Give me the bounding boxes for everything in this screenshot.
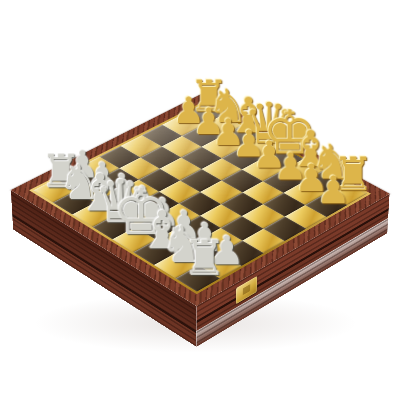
chess-case: ♜♞♝♛♚♝♞♜♟♟♟♟♟♟♟♟♟♟♟♟♟♟♟♟♜♞♝♛♚♝♞♜ bbox=[11, 93, 390, 306]
chess-set-photo: ♜♞♝♛♚♝♞♜♟♟♟♟♟♟♟♟♟♟♟♟♟♟♟♟♜♞♝♛♚♝♞♜ bbox=[0, 0, 400, 400]
silver-rook-glyph: ♜ bbox=[167, 236, 241, 282]
case-top: ♜♞♝♛♚♝♞♜♟♟♟♟♟♟♟♟♟♟♟♟♟♟♟♟♜♞♝♛♚♝♞♜ bbox=[11, 93, 390, 306]
piece-silver-rook-h1[interactable]: ♜ bbox=[175, 265, 219, 291]
gold-pawn-glyph: ♟ bbox=[298, 172, 369, 209]
clasp-engraving-icon bbox=[243, 284, 251, 295]
piece-gold-pawn-h7[interactable]: ♟ bbox=[305, 193, 347, 217]
